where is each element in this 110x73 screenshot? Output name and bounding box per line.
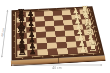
width-dimension-label: 40 cm xyxy=(12,66,102,69)
rim-coordinate-label: a xyxy=(12,51,16,57)
rim-coordinate-label: a xyxy=(98,46,103,52)
square-a7: ♟ xyxy=(27,49,37,56)
square-a6 xyxy=(37,49,48,56)
square-a5 xyxy=(47,48,58,55)
chess-board: 87654321 87654321 hgfedcba hgfedcba ♜♟♟♜… xyxy=(12,6,105,60)
rim-coordinates-left: hgfedcba xyxy=(12,13,16,57)
square-e3 xyxy=(64,25,74,31)
product-photo: 87654321 87654321 hgfedcba hgfedcba ♜♟♟♜… xyxy=(0,0,110,73)
square-c7: ♟ xyxy=(27,38,37,44)
hinge-seam xyxy=(58,58,59,63)
square-e6 xyxy=(36,26,46,32)
board-tilt-wrapper: 87654321 87654321 hgfedcba hgfedcba ♜♟♟♜… xyxy=(11,0,99,73)
board-grid: ♜♟♟♜♞♟♟♞♝♟♟♝♚♟♟♚♛♟♟♛♝♟♟♝♞♟♟♞♜♟♟♜ xyxy=(17,9,98,57)
photo-scene: 87654321 87654321 hgfedcba hgfedcba ♜♟♟♜… xyxy=(0,0,110,73)
square-a1: ♜ xyxy=(87,46,98,53)
board-frame: 87654321 87654321 hgfedcba hgfedcba ♜♟♟♜… xyxy=(12,6,105,60)
square-a8: ♜ xyxy=(17,50,27,57)
